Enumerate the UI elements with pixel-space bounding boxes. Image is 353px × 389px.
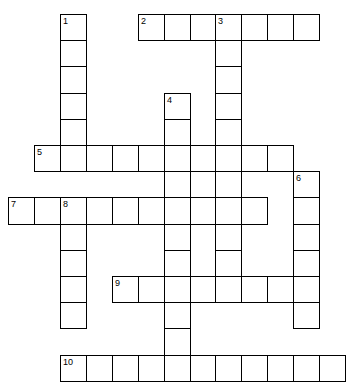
cell-r6-c8[interactable] [215,171,242,198]
cell-r7-c7[interactable] [190,197,216,225]
crossword-board: 12345678910 [0,0,353,389]
cell-r5-c4[interactable] [112,145,139,172]
cell-r5-c3[interactable] [86,145,113,172]
cell-r6-c6[interactable] [164,171,191,198]
cell-r7-c1[interactable] [34,197,61,225]
cell-r7-c3[interactable] [86,197,113,225]
cell-r4-c2[interactable] [60,119,87,146]
cell-r13-c4[interactable] [112,355,139,382]
cell-r2-c8[interactable] [215,66,242,94]
clue-number-9: 9 [115,278,120,288]
cell-r8-c2[interactable] [60,224,87,251]
cell-r7-c11[interactable] [293,197,320,225]
cell-r0-c8[interactable]: 3 [215,14,242,41]
clue-number-7: 7 [11,199,16,209]
cell-r8-c11[interactable] [293,224,320,251]
cell-r7-c8[interactable] [215,197,242,225]
clue-number-1: 1 [63,16,68,26]
clue-number-2: 2 [141,16,146,26]
cell-r11-c11[interactable] [293,302,320,329]
cell-r5-c2[interactable] [60,145,87,172]
cell-r13-c9[interactable] [241,355,268,382]
cell-r13-c7[interactable] [190,355,216,382]
clue-number-5: 5 [37,147,42,157]
clue-number-8: 8 [63,199,68,209]
cell-r0-c9[interactable] [241,14,268,41]
cell-r7-c2[interactable]: 8 [60,197,87,225]
cell-r9-c11[interactable] [293,250,320,277]
cell-r5-c1[interactable]: 5 [34,145,61,172]
cell-r13-c12[interactable] [319,355,346,382]
cell-r10-c8[interactable] [215,276,242,303]
cell-r12-c6[interactable] [164,328,191,356]
cell-r7-c5[interactable] [138,197,165,225]
cell-r5-c7[interactable] [190,145,216,172]
cell-r0-c10[interactable] [267,14,294,41]
cell-r5-c10[interactable] [267,145,294,172]
clue-number-3: 3 [218,16,223,26]
cell-r10-c9[interactable] [241,276,268,303]
cell-r3-c6[interactable]: 4 [164,93,191,120]
cell-r13-c8[interactable] [215,355,242,382]
cell-r9-c6[interactable] [164,250,191,277]
cell-r11-c2[interactable] [60,302,87,329]
cell-r5-c6[interactable] [164,145,191,172]
cell-r0-c7[interactable] [190,14,216,41]
cell-r3-c8[interactable] [215,93,242,120]
cell-r13-c10[interactable] [267,355,294,382]
cell-r7-c4[interactable] [112,197,139,225]
cell-r10-c5[interactable] [138,276,165,303]
cell-r4-c8[interactable] [215,119,242,146]
cell-r1-c8[interactable] [215,40,242,67]
cell-r13-c5[interactable] [138,355,165,382]
crossword-page: 12345678910 [0,0,353,389]
cell-r0-c2[interactable]: 1 [60,14,87,41]
cell-r10-c6[interactable] [164,276,191,303]
cell-r13-c11[interactable] [293,355,320,382]
cell-r5-c9[interactable] [241,145,268,172]
cell-r10-c4[interactable]: 9 [112,276,139,303]
cell-r10-c7[interactable] [190,276,216,303]
cell-r11-c6[interactable] [164,302,191,329]
cell-r0-c6[interactable] [164,14,191,41]
cell-r3-c2[interactable] [60,93,87,120]
cell-r9-c2[interactable] [60,250,87,277]
clue-number-6: 6 [296,173,301,183]
cell-r8-c8[interactable] [215,224,242,251]
cell-r1-c2[interactable] [60,40,87,67]
cell-r7-c0[interactable]: 7 [8,197,35,225]
cell-r0-c5[interactable]: 2 [138,14,165,41]
cell-r9-c8[interactable] [215,250,242,277]
cell-r4-c6[interactable] [164,119,191,146]
cell-r5-c5[interactable] [138,145,165,172]
cell-r7-c6[interactable] [164,197,191,225]
cell-r10-c11[interactable] [293,276,320,303]
cell-r10-c10[interactable] [267,276,294,303]
cell-r10-c2[interactable] [60,276,87,303]
cell-r13-c3[interactable] [86,355,113,382]
cell-r6-c11[interactable]: 6 [293,171,320,198]
clue-number-10: 10 [63,357,73,367]
cell-r13-c6[interactable] [164,355,191,382]
cell-r7-c9[interactable] [241,197,268,225]
cell-r0-c11[interactable] [293,14,320,41]
cell-r2-c2[interactable] [60,66,87,94]
cell-r5-c8[interactable] [215,145,242,172]
clue-number-4: 4 [167,95,172,105]
cell-r8-c6[interactable] [164,224,191,251]
cell-r13-c2[interactable]: 10 [60,355,87,382]
